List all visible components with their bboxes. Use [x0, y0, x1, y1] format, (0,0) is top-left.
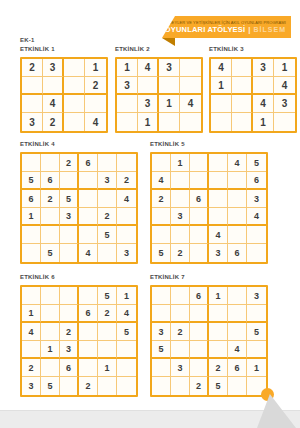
sudoku-cell-r3c1: 4: [22, 323, 41, 341]
sudoku-cell-r2c4[interactable]: [209, 172, 228, 190]
activity-3-label: ETKİNLİK 3: [209, 46, 297, 52]
sudoku-cell-r2c6: 6: [247, 172, 266, 190]
sudoku-cell-r2c1: 3: [117, 77, 138, 95]
sudoku-cell-r5c1[interactable]: [152, 226, 171, 244]
sudoku-cell-r4c3[interactable]: [64, 113, 85, 131]
sudoku-grid-4: 26563262541325543: [20, 152, 138, 264]
activity-6: ETKİNLİK 6 51162442513261352: [20, 274, 138, 397]
sudoku-cell-r4c5[interactable]: [98, 341, 117, 359]
sudoku-cell-r1c4[interactable]: [79, 287, 98, 305]
sudoku-cell-r5c1[interactable]: [152, 359, 171, 377]
sudoku-cell-r4c1[interactable]: [22, 341, 41, 359]
sudoku-cell-r2c1: 4: [152, 172, 171, 190]
sudoku-cell-r6c5: 6: [228, 244, 247, 262]
sudoku-cell-r1c6: 3: [247, 287, 266, 305]
sudoku-cell-r5c2: 3: [171, 359, 190, 377]
sudoku-cell-r6c1[interactable]: [22, 244, 41, 262]
sudoku-cell-r2c2[interactable]: [41, 305, 60, 323]
sudoku-cell-r3c6: 4: [117, 190, 136, 208]
sudoku-grid-1: 23124324: [20, 57, 108, 133]
sudoku-cell-r3c6: 5: [247, 323, 266, 341]
sudoku-cell-r3c1[interactable]: [22, 95, 43, 113]
ek-label: EK-1: [20, 37, 34, 43]
sudoku-cell-r3c5[interactable]: [228, 190, 247, 208]
sudoku-cell-r4c2: 1: [138, 113, 159, 131]
sudoku-cell-r3c3[interactable]: [64, 95, 85, 113]
sudoku-cell-r2c3[interactable]: [253, 77, 274, 95]
sudoku-cell-r2c1: 1: [22, 305, 41, 323]
sudoku-cell-r6c5[interactable]: [228, 377, 247, 395]
bilsem-logo: BİLSEM: [254, 26, 286, 33]
sudoku-cell-r4c3[interactable]: [159, 113, 180, 131]
activity-4: ETKİNLİK 4 26563262541325543: [20, 141, 138, 264]
sudoku-cell-r6c4: 2: [79, 377, 98, 395]
sudoku-cell-r3c1: 2: [152, 190, 171, 208]
sudoku-cell-r2c5: 2: [98, 305, 117, 323]
sudoku-cell-r4c5: 4: [228, 341, 247, 359]
sudoku-cell-r4c4[interactable]: [79, 208, 98, 226]
sudoku-cell-r4c2[interactable]: [232, 113, 253, 131]
sudoku-cell-r4c3[interactable]: [190, 341, 209, 359]
sudoku-cell-r2c6: 4: [117, 305, 136, 323]
sudoku-cell-r4c1: 5: [152, 341, 171, 359]
sudoku-cell-r4c2: 2: [43, 113, 64, 131]
sudoku-cell-r4c3: 3: [60, 341, 79, 359]
sudoku-cell-r3c4[interactable]: [79, 190, 98, 208]
sudoku-cell-r4c4: 4: [85, 113, 106, 131]
activity-6-label: ETKİNLİK 6: [20, 274, 138, 280]
sudoku-cell-r6c4: 3: [209, 244, 228, 262]
sudoku-cell-r5c3: 6: [60, 359, 79, 377]
sudoku-cell-r1c4: 1: [274, 59, 295, 77]
sudoku-cell-r2c3[interactable]: [159, 77, 180, 95]
sudoku-cell-r1c1: 2: [22, 59, 43, 77]
sudoku-cell-r1c3: 2: [60, 154, 79, 172]
sudoku-cell-r6c4: 4: [79, 244, 98, 262]
sudoku-cell-r3c3: 4: [253, 95, 274, 113]
sudoku-cell-r1c5: 4: [228, 154, 247, 172]
banner-main-row: AKIL OYUNLARI ATÖLYESİ | BİLSEM: [144, 25, 286, 34]
sudoku-cell-r1c1: 1: [117, 59, 138, 77]
sudoku-cell-r4c1[interactable]: [211, 113, 232, 131]
sudoku-cell-r2c5[interactable]: [228, 172, 247, 190]
sudoku-cell-r1c3: 3: [159, 59, 180, 77]
sudoku-cell-r3c5[interactable]: [228, 323, 247, 341]
sudoku-cell-r5c4[interactable]: [79, 226, 98, 244]
sudoku-grid-5: 145462633445236: [150, 152, 268, 264]
sudoku-cell-r6c1[interactable]: [152, 377, 171, 395]
sudoku-cell-r3c4[interactable]: [209, 190, 228, 208]
sudoku-cell-r3c3[interactable]: [190, 323, 209, 341]
sudoku-cell-r3c3: 6: [190, 190, 209, 208]
activity-7: ETKİNLİK 7 61332554326125: [150, 274, 268, 397]
banner-divider: |: [248, 25, 250, 34]
sudoku-cell-r1c4: 6: [79, 154, 98, 172]
activity-4-label: ETKİNLİK 4: [20, 141, 138, 147]
sudoku-cell-r1c5: 5: [98, 287, 117, 305]
sudoku-grid-3: 43114431: [209, 57, 297, 133]
sudoku-cell-r1c3: 3: [253, 59, 274, 77]
sudoku-cell-r5c4[interactable]: [79, 359, 98, 377]
sudoku-cell-r1c1[interactable]: [152, 287, 171, 305]
sudoku-cell-r1c6: 1: [117, 287, 136, 305]
sudoku-cell-r3c5[interactable]: [98, 190, 117, 208]
sudoku-cell-r2c6: 2: [117, 172, 136, 190]
sudoku-cell-r4c5[interactable]: [228, 208, 247, 226]
sudoku-cell-r4c4[interactable]: [209, 208, 228, 226]
sudoku-cell-r6c6[interactable]: [117, 377, 136, 395]
sudoku-cell-r1c2: 3: [43, 59, 64, 77]
sudoku-cell-r1c3[interactable]: [64, 59, 85, 77]
sudoku-cell-r2c5[interactable]: [228, 305, 247, 323]
sudoku-cell-r5c6: 1: [247, 359, 266, 377]
sudoku-cell-r2c6[interactable]: [247, 305, 266, 323]
sudoku-cell-r2c3[interactable]: [60, 305, 79, 323]
sudoku-cell-r2c4: 6: [79, 305, 98, 323]
sudoku-cell-r3c2: 2: [171, 323, 190, 341]
sudoku-cell-r4c3: 1: [253, 113, 274, 131]
sudoku-cell-r3c6: 3: [247, 190, 266, 208]
sudoku-cell-r5c2[interactable]: [41, 359, 60, 377]
sudoku-cell-r2c4: 2: [85, 77, 106, 95]
sudoku-cell-r4c5: 2: [98, 208, 117, 226]
sudoku-cell-r3c3: 1: [159, 95, 180, 113]
sudoku-cell-r4c4[interactable]: [209, 341, 228, 359]
page-bottom-strip: [0, 410, 300, 428]
sudoku-cell-r4c3[interactable]: [190, 208, 209, 226]
sudoku-cell-r2c3[interactable]: [190, 172, 209, 190]
sudoku-cell-r6c6[interactable]: [247, 244, 266, 262]
sudoku-cell-r6c3[interactable]: [60, 244, 79, 262]
sudoku-cell-r3c1: 3: [152, 323, 171, 341]
sudoku-cell-r4c1[interactable]: [117, 113, 138, 131]
activity-1-label: ETKİNLİK 1: [20, 46, 108, 52]
sudoku-cell-r1c6: 5: [247, 154, 266, 172]
sudoku-cell-r1c4[interactable]: [209, 154, 228, 172]
sudoku-cell-r1c1[interactable]: [22, 154, 41, 172]
sudoku-cell-r3c3: 5: [60, 190, 79, 208]
sudoku-cell-r5c5: 5: [98, 226, 117, 244]
sudoku-cell-r4c2: 1: [41, 341, 60, 359]
sudoku-cell-r1c2[interactable]: [41, 154, 60, 172]
sudoku-cell-r2c1: 1: [211, 77, 232, 95]
sudoku-cell-r3c4[interactable]: [209, 323, 228, 341]
sudoku-cell-r6c1: 3: [22, 377, 41, 395]
sudoku-cell-r3c2: 4: [43, 95, 64, 113]
sudoku-cell-r1c1: 4: [211, 59, 232, 77]
sudoku-cell-r5c6[interactable]: [247, 226, 266, 244]
sudoku-cell-r1c6[interactable]: [117, 154, 136, 172]
sudoku-cell-r2c4[interactable]: [209, 305, 228, 323]
sudoku-grid-7: 61332554326125: [150, 285, 268, 397]
sudoku-cell-r3c1[interactable]: [117, 95, 138, 113]
sudoku-cell-r4c2[interactable]: [171, 341, 190, 359]
sudoku-cell-r3c2[interactable]: [171, 190, 190, 208]
sudoku-cell-r4c6: 4: [247, 208, 266, 226]
sudoku-cell-r5c6[interactable]: [117, 226, 136, 244]
sudoku-cell-r4c1: 3: [22, 113, 43, 131]
sudoku-cell-r2c3[interactable]: [60, 172, 79, 190]
sudoku-cell-r6c4: 5: [209, 377, 228, 395]
sudoku-cell-r2c2[interactable]: [171, 172, 190, 190]
sudoku-cell-r6c3[interactable]: [190, 244, 209, 262]
activity-1: ETKİNLİK 1 23124324: [20, 46, 108, 133]
sudoku-cell-r3c2: 3: [138, 95, 159, 113]
sudoku-cell-r2c2[interactable]: [171, 305, 190, 323]
sudoku-cell-r3c5[interactable]: [98, 323, 117, 341]
sudoku-cell-r5c1: 2: [22, 359, 41, 377]
sudoku-cell-r3c2: 2: [41, 190, 60, 208]
worksheet-page: BİREYLER VE YETİŞKİNLER İÇİN AKIL OYUNLA…: [0, 0, 300, 428]
header-banner: BİREYLER VE YETİŞKİNLER İÇİN AKIL OYUNLA…: [162, 16, 291, 38]
sudoku-cell-r3c4[interactable]: [85, 95, 106, 113]
sudoku-cell-r4c2[interactable]: [41, 208, 60, 226]
sudoku-cell-r2c2[interactable]: [43, 77, 64, 95]
sudoku-cell-r3c3: 2: [60, 323, 79, 341]
banner-fold-decoration: [162, 38, 175, 46]
sudoku-cell-r4c3: 3: [60, 208, 79, 226]
sudoku-cell-r2c2[interactable]: [232, 77, 253, 95]
sudoku-cell-r4c6[interactable]: [247, 341, 266, 359]
sudoku-cell-r3c1: 6: [22, 190, 41, 208]
sudoku-cell-r1c1[interactable]: [22, 287, 41, 305]
sudoku-cell-r4c4[interactable]: [79, 341, 98, 359]
sudoku-cell-r4c4[interactable]: [274, 113, 295, 131]
sudoku-cell-r5c5: 1: [98, 359, 117, 377]
sudoku-cell-r3c4[interactable]: [79, 323, 98, 341]
sudoku-cell-r1c3[interactable]: [190, 154, 209, 172]
sudoku-cell-r6c2[interactable]: [171, 377, 190, 395]
sudoku-cell-r1c4: 1: [209, 287, 228, 305]
sudoku-cell-r3c6: 5: [117, 323, 136, 341]
activity-2: ETKİNLİK 2 14333141: [115, 46, 203, 133]
sudoku-cell-r5c3[interactable]: [190, 226, 209, 244]
sudoku-cell-r4c4[interactable]: [180, 113, 201, 131]
sudoku-cell-r4c6[interactable]: [117, 341, 136, 359]
sudoku-cell-r5c2[interactable]: [171, 226, 190, 244]
sudoku-cell-r5c5: 6: [228, 359, 247, 377]
sudoku-cell-r6c5[interactable]: [98, 244, 117, 262]
sudoku-cell-r6c2: 2: [171, 244, 190, 262]
banner-title: AKIL OYUNLARI ATÖLYESİ: [144, 25, 245, 34]
sudoku-cell-r1c2[interactable]: [232, 59, 253, 77]
sudoku-cell-r6c3[interactable]: [60, 377, 79, 395]
sudoku-cell-r2c2[interactable]: [138, 77, 159, 95]
sudoku-cell-r2c4: 4: [274, 77, 295, 95]
sudoku-cell-r2c1: 5: [22, 172, 41, 190]
sudoku-cell-r1c5[interactable]: [228, 287, 247, 305]
sudoku-cell-r5c2[interactable]: [41, 226, 60, 244]
sudoku-cell-r2c3[interactable]: [190, 305, 209, 323]
sudoku-cell-r1c2: 4: [138, 59, 159, 77]
sudoku-cell-r1c2[interactable]: [41, 287, 60, 305]
sudoku-cell-r6c3: 2: [190, 377, 209, 395]
sudoku-cell-r2c2: 6: [41, 172, 60, 190]
sudoku-cell-r1c3[interactable]: [60, 287, 79, 305]
sudoku-cell-r6c1: 5: [152, 244, 171, 262]
sudoku-cell-r1c4: 1: [85, 59, 106, 77]
activity-3: ETKİNLİK 3 43114431: [209, 46, 297, 133]
sudoku-cell-r2c4[interactable]: [79, 172, 98, 190]
sudoku-cell-r6c5[interactable]: [98, 377, 117, 395]
activity-2-label: ETKİNLİK 2: [115, 46, 203, 52]
sudoku-cell-r2c4[interactable]: [180, 77, 201, 95]
sudoku-cell-r1c2: 1: [171, 154, 190, 172]
sudoku-cell-r4c6[interactable]: [117, 208, 136, 226]
sudoku-cell-r3c2[interactable]: [232, 95, 253, 113]
sudoku-cell-r4c1: 1: [22, 208, 41, 226]
sudoku-cell-r5c4: 4: [209, 226, 228, 244]
sudoku-cell-r3c2[interactable]: [41, 323, 60, 341]
sudoku-cell-r3c4: 3: [274, 95, 295, 113]
sudoku-cell-r2c5: 3: [98, 172, 117, 190]
sudoku-cell-r3c1[interactable]: [211, 95, 232, 113]
sudoku-cell-r2c1[interactable]: [152, 305, 171, 323]
sudoku-cell-r3c4: 4: [180, 95, 201, 113]
sudoku-cell-r1c3: 6: [190, 287, 209, 305]
sudoku-cell-r5c1[interactable]: [22, 226, 41, 244]
sudoku-cell-r2c1[interactable]: [22, 77, 43, 95]
sudoku-cell-r5c5[interactable]: [228, 226, 247, 244]
sudoku-cell-r6c6: 3: [117, 244, 136, 262]
sudoku-cell-r4c1[interactable]: [152, 208, 171, 226]
sudoku-cell-r2c3[interactable]: [64, 77, 85, 95]
sudoku-cell-r6c2: 5: [41, 244, 60, 262]
sudoku-cell-r4c2: 3: [171, 208, 190, 226]
sudoku-cell-r5c3[interactable]: [60, 226, 79, 244]
sudoku-cell-r1c1[interactable]: [152, 154, 171, 172]
sudoku-grid-2: 14333141: [115, 57, 203, 133]
activity-7-label: ETKİNLİK 7: [150, 274, 268, 280]
activity-5-label: ETKİNLİK 5: [150, 141, 268, 147]
sudoku-cell-r5c3[interactable]: [190, 359, 209, 377]
sudoku-cell-r1c4[interactable]: [180, 59, 201, 77]
sudoku-cell-r1c2[interactable]: [171, 287, 190, 305]
sudoku-cell-r5c4: 2: [209, 359, 228, 377]
activity-5: ETKİNLİK 5 145462633445236: [150, 141, 268, 264]
sudoku-cell-r1c5[interactable]: [98, 154, 117, 172]
sudoku-cell-r6c2: 5: [41, 377, 60, 395]
sudoku-grid-6: 51162442513261352: [20, 285, 138, 397]
sudoku-cell-r5c6[interactable]: [117, 359, 136, 377]
